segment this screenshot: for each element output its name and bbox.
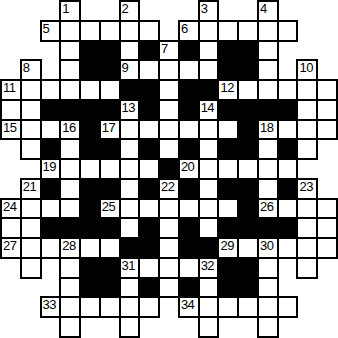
crossword-cell[interactable] <box>198 138 220 160</box>
crossword-cell[interactable] <box>79 20 101 42</box>
block-cell <box>237 178 259 200</box>
crossword-cell[interactable] <box>217 20 239 42</box>
crossword-cell[interactable] <box>296 138 318 160</box>
crossword-cell[interactable] <box>198 20 220 42</box>
crossword-cell[interactable]: 4 <box>257 0 279 22</box>
crossword-cell[interactable] <box>257 316 279 338</box>
crossword-cell[interactable] <box>158 277 180 299</box>
crossword-cell[interactable]: 29 <box>217 237 239 259</box>
crossword-cell[interactable] <box>138 158 160 180</box>
crossword-cell[interactable]: 11 <box>0 79 22 101</box>
crossword-cell[interactable] <box>257 20 279 42</box>
crossword-cell[interactable] <box>20 237 42 259</box>
crossword-cell[interactable] <box>59 178 81 200</box>
block-cell <box>79 40 101 62</box>
crossword-cell[interactable] <box>277 79 299 101</box>
block-cell <box>138 99 160 121</box>
crossword-cell[interactable] <box>316 198 338 220</box>
crossword-cell[interactable] <box>198 119 220 141</box>
block-cell <box>277 138 299 160</box>
crossword-cell[interactable]: 31 <box>119 257 141 279</box>
block-cell <box>79 277 101 299</box>
crossword-cell[interactable] <box>119 40 141 62</box>
crossword-grid: 1234567891011121314151617181920212223242… <box>0 0 338 338</box>
block-cell <box>99 99 121 121</box>
crossword-cell[interactable] <box>296 217 318 239</box>
clue-number: 34 <box>181 298 194 311</box>
crossword-cell[interactable] <box>79 158 101 180</box>
crossword-cell[interactable]: 33 <box>40 296 62 318</box>
crossword-cell[interactable]: 19 <box>40 158 62 180</box>
crossword-cell[interactable] <box>277 158 299 180</box>
crossword-cell[interactable] <box>178 119 200 141</box>
block-cell <box>217 178 239 200</box>
block-cell <box>138 40 160 62</box>
clue-number: 21 <box>23 180 36 193</box>
block-cell <box>277 178 299 200</box>
block-cell <box>79 257 101 279</box>
block-cell <box>79 178 101 200</box>
clue-number: 31 <box>122 259 135 272</box>
block-cell <box>40 217 62 239</box>
crossword-cell[interactable] <box>20 79 42 101</box>
crossword-cell[interactable] <box>119 20 141 42</box>
crossword-cell[interactable]: 13 <box>119 99 141 121</box>
block-cell <box>178 237 200 259</box>
crossword-cell[interactable]: 5 <box>40 20 62 42</box>
block-cell <box>138 277 160 299</box>
crossword-cell[interactable] <box>59 277 81 299</box>
crossword-cell[interactable] <box>257 79 279 101</box>
crossword-cell[interactable] <box>316 217 338 239</box>
crossword-cell[interactable] <box>257 138 279 160</box>
crossword-cell[interactable]: 10 <box>296 59 318 81</box>
block-cell <box>79 99 101 121</box>
crossword-cell[interactable] <box>296 198 318 220</box>
crossword-cell[interactable] <box>0 217 22 239</box>
clue-number: 7 <box>161 42 168 55</box>
block-cell <box>198 79 220 101</box>
crossword-cell[interactable]: 17 <box>99 119 121 141</box>
block-cell <box>178 99 200 121</box>
crossword-cell[interactable] <box>119 138 141 160</box>
crossword-cell[interactable] <box>257 296 279 318</box>
crossword-cell[interactable] <box>119 296 141 318</box>
block-cell <box>178 40 200 62</box>
crossword-cell[interactable] <box>198 59 220 81</box>
crossword-cell[interactable] <box>158 237 180 259</box>
crossword-cell[interactable]: 25 <box>99 198 121 220</box>
crossword-cell[interactable] <box>119 119 141 141</box>
block-cell <box>158 158 180 180</box>
crossword-cell[interactable] <box>138 59 160 81</box>
crossword-cell[interactable] <box>59 79 81 101</box>
crossword-cell[interactable]: 2 <box>119 0 141 22</box>
crossword-cell[interactable] <box>257 40 279 62</box>
block-cell <box>237 138 259 160</box>
crossword-cell[interactable] <box>119 217 141 239</box>
crossword-cell[interactable] <box>158 257 180 279</box>
block-cell <box>178 138 200 160</box>
block-cell <box>277 217 299 239</box>
clue-number: 32 <box>201 259 214 272</box>
crossword-cell[interactable] <box>59 138 81 160</box>
clue-number: 19 <box>43 160 56 173</box>
block-cell <box>99 40 121 62</box>
crossword-cell[interactable] <box>158 99 180 121</box>
clue-number: 13 <box>122 101 135 114</box>
crossword-cell[interactable] <box>198 40 220 62</box>
crossword-cell[interactable] <box>59 198 81 220</box>
crossword-cell[interactable] <box>20 257 42 279</box>
block-cell <box>99 138 121 160</box>
clue-number: 15 <box>3 121 16 134</box>
crossword-cell[interactable] <box>59 296 81 318</box>
crossword-cell[interactable]: 24 <box>0 198 22 220</box>
crossword-cell[interactable] <box>119 178 141 200</box>
crossword-cell[interactable] <box>138 296 160 318</box>
block-cell <box>217 217 239 239</box>
block-cell <box>138 217 160 239</box>
crossword-cell[interactable]: 32 <box>198 257 220 279</box>
block-cell <box>40 138 62 160</box>
crossword-cell[interactable] <box>217 119 239 141</box>
block-cell <box>119 79 141 101</box>
crossword-cell[interactable] <box>296 99 318 121</box>
crossword-cell[interactable] <box>198 158 220 180</box>
crossword-cell[interactable] <box>119 198 141 220</box>
clue-number: 17 <box>102 121 115 134</box>
block-cell <box>237 257 259 279</box>
block-cell <box>79 119 101 141</box>
crossword-cell[interactable]: 1 <box>59 0 81 22</box>
crossword-cell[interactable] <box>59 40 81 62</box>
crossword-cell[interactable] <box>257 257 279 279</box>
clue-number: 4 <box>260 2 267 15</box>
clue-number: 11 <box>3 81 16 94</box>
crossword-cell[interactable]: 22 <box>158 178 180 200</box>
block-cell <box>119 237 141 259</box>
crossword-cell[interactable] <box>296 79 318 101</box>
crossword-cell[interactable] <box>59 20 81 42</box>
crossword-cell[interactable] <box>20 99 42 121</box>
crossword-cell[interactable] <box>237 158 259 180</box>
crossword-cell[interactable] <box>316 79 338 101</box>
clue-number: 2 <box>122 2 129 15</box>
crossword-cell[interactable] <box>99 296 121 318</box>
block-cell <box>237 99 259 121</box>
block-cell <box>217 277 239 299</box>
crossword-cell[interactable] <box>40 79 62 101</box>
crossword-cell[interactable] <box>158 217 180 239</box>
block-cell <box>99 257 121 279</box>
crossword-cell[interactable] <box>217 158 239 180</box>
crossword-cell[interactable]: 7 <box>158 40 180 62</box>
crossword-cell[interactable] <box>40 237 62 259</box>
block-cell <box>178 217 200 239</box>
block-cell <box>257 217 279 239</box>
block-cell <box>257 99 279 121</box>
crossword-cell[interactable] <box>296 237 318 259</box>
block-cell <box>79 217 101 239</box>
crossword-cell[interactable] <box>119 158 141 180</box>
clue-number: 30 <box>260 239 273 252</box>
crossword-cell[interactable] <box>237 79 259 101</box>
crossword-cell[interactable] <box>198 217 220 239</box>
block-cell <box>59 217 81 239</box>
crossword-cell[interactable]: 6 <box>178 20 200 42</box>
crossword-cell[interactable] <box>158 119 180 141</box>
block-cell <box>217 99 239 121</box>
crossword-cell[interactable] <box>198 316 220 338</box>
crossword-cell[interactable] <box>277 296 299 318</box>
crossword-cell[interactable] <box>59 257 81 279</box>
clue-number: 29 <box>220 239 233 252</box>
crossword-cell[interactable] <box>277 119 299 141</box>
block-cell <box>40 178 62 200</box>
block-cell <box>237 119 259 141</box>
crossword-cell[interactable] <box>59 59 81 81</box>
crossword-cell[interactable] <box>257 178 279 200</box>
crossword-cell[interactable]: 16 <box>59 119 81 141</box>
block-cell <box>138 237 160 259</box>
crossword-cell[interactable]: 23 <box>296 178 318 200</box>
crossword-cell[interactable] <box>20 138 42 160</box>
clue-number: 27 <box>3 239 16 252</box>
block-cell <box>138 138 160 160</box>
block-cell <box>138 178 160 200</box>
crossword-cell[interactable] <box>138 198 160 220</box>
clue-number: 33 <box>43 298 56 311</box>
crossword-cell[interactable] <box>198 296 220 318</box>
crossword-cell[interactable] <box>198 178 220 200</box>
block-cell <box>217 138 239 160</box>
crossword-cell[interactable] <box>59 158 81 180</box>
crossword-cell[interactable] <box>99 158 121 180</box>
block-cell <box>99 178 121 200</box>
crossword-cell[interactable] <box>217 198 239 220</box>
block-cell <box>237 277 259 299</box>
block-cell <box>217 257 239 279</box>
clue-number: 28 <box>62 239 75 252</box>
crossword-cell[interactable] <box>158 198 180 220</box>
crossword-cell[interactable] <box>99 20 121 42</box>
block-cell <box>99 277 121 299</box>
crossword-cell[interactable]: 21 <box>20 178 42 200</box>
block-cell <box>99 59 121 81</box>
block-cell <box>217 40 239 62</box>
block-cell <box>237 59 259 81</box>
crossword-cell[interactable] <box>257 158 279 180</box>
block-cell <box>178 277 200 299</box>
crossword-cell[interactable]: 14 <box>198 99 220 121</box>
crossword-cell[interactable] <box>20 119 42 141</box>
crossword-cell[interactable]: 30 <box>257 237 279 259</box>
clue-number: 5 <box>43 22 50 35</box>
crossword-cell[interactable] <box>0 99 22 121</box>
crossword-cell[interactable] <box>79 79 101 101</box>
clue-number: 1 <box>62 2 69 15</box>
crossword-cell[interactable] <box>138 20 160 42</box>
crossword-cell[interactable] <box>198 277 220 299</box>
block-cell <box>198 237 220 259</box>
crossword-cell[interactable] <box>316 119 338 141</box>
crossword-cell[interactable] <box>59 316 81 338</box>
crossword-cell[interactable] <box>138 119 160 141</box>
crossword-cell[interactable] <box>99 79 121 101</box>
clue-number: 23 <box>299 180 312 193</box>
crossword-cell[interactable] <box>40 119 62 141</box>
block-cell <box>79 198 101 220</box>
crossword-cell[interactable]: 9 <box>119 59 141 81</box>
clue-number: 10 <box>299 61 312 74</box>
crossword-cell[interactable] <box>277 20 299 42</box>
crossword-cell[interactable]: 27 <box>0 237 22 259</box>
crossword-cell[interactable] <box>119 316 141 338</box>
crossword-cell[interactable] <box>296 119 318 141</box>
crossword-cell[interactable] <box>178 59 200 81</box>
crossword-cell[interactable]: 34 <box>178 296 200 318</box>
block-cell <box>79 59 101 81</box>
crossword-cell[interactable]: 3 <box>198 0 220 22</box>
block-cell <box>40 99 62 121</box>
crossword-cell[interactable] <box>138 257 160 279</box>
crossword-cell[interactable] <box>237 296 259 318</box>
crossword-cell[interactable] <box>40 198 62 220</box>
block-cell <box>277 99 299 121</box>
crossword-cell[interactable] <box>178 257 200 279</box>
clue-number: 25 <box>102 200 115 213</box>
crossword-cell[interactable] <box>316 99 338 121</box>
crossword-cell[interactable] <box>99 237 121 259</box>
clue-number: 3 <box>201 2 208 15</box>
clue-number: 22 <box>161 180 174 193</box>
crossword-cell[interactable]: 20 <box>178 158 200 180</box>
block-cell <box>59 99 81 121</box>
crossword-cell[interactable]: 12 <box>217 79 239 101</box>
clue-number: 18 <box>260 121 273 134</box>
clue-number: 14 <box>201 101 214 114</box>
crossword-cell[interactable] <box>79 296 101 318</box>
clue-number: 16 <box>62 121 75 134</box>
clue-number: 6 <box>181 22 188 35</box>
crossword-cell[interactable] <box>158 59 180 81</box>
crossword-cell[interactable] <box>277 237 299 259</box>
clue-number: 20 <box>181 160 194 173</box>
clue-number: 9 <box>122 61 129 74</box>
crossword-cell[interactable] <box>79 237 101 259</box>
crossword-cell[interactable]: 18 <box>257 119 279 141</box>
crossword-cell[interactable] <box>158 79 180 101</box>
block-cell <box>138 79 160 101</box>
crossword-cell[interactable] <box>237 237 259 259</box>
crossword-cell[interactable] <box>178 198 200 220</box>
crossword-cell[interactable] <box>296 257 318 279</box>
clue-number: 24 <box>3 200 16 213</box>
block-cell <box>237 40 259 62</box>
block-cell <box>217 59 239 81</box>
crossword-cell[interactable] <box>198 198 220 220</box>
clue-number: 26 <box>260 200 273 213</box>
clue-number: 12 <box>220 81 233 94</box>
crossword-cell[interactable] <box>257 277 279 299</box>
crossword-cell[interactable] <box>316 237 338 259</box>
crossword-cell[interactable] <box>277 198 299 220</box>
block-cell <box>178 178 200 200</box>
crossword-cell[interactable]: 28 <box>59 237 81 259</box>
crossword-cell[interactable] <box>20 217 42 239</box>
crossword-cell[interactable] <box>217 296 239 318</box>
block-cell <box>79 138 101 160</box>
crossword-cell[interactable] <box>20 198 42 220</box>
crossword-cell[interactable] <box>158 138 180 160</box>
block-cell <box>237 217 259 239</box>
clue-number: 8 <box>23 61 30 74</box>
crossword-cell[interactable]: 15 <box>0 119 22 141</box>
crossword-cell[interactable]: 8 <box>20 59 42 81</box>
block-cell <box>237 198 259 220</box>
crossword-cell[interactable] <box>119 277 141 299</box>
crossword-cell[interactable] <box>257 59 279 81</box>
block-cell <box>99 217 121 239</box>
block-cell <box>178 79 200 101</box>
crossword-cell[interactable] <box>237 20 259 42</box>
crossword-cell[interactable]: 26 <box>257 198 279 220</box>
